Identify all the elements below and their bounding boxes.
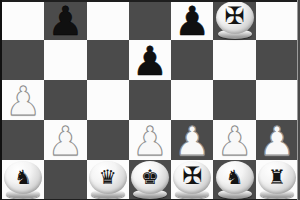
square-h5[interactable] xyxy=(256,0,298,40)
crown-with-cross-icon: ♚ xyxy=(131,164,169,190)
square-c1[interactable] xyxy=(44,160,86,200)
square-f1[interactable]: ✠ xyxy=(171,160,213,200)
piece-white-pawn[interactable]: ♟ xyxy=(174,123,210,159)
square-g1[interactable]: ♞ xyxy=(213,160,255,200)
square-f3[interactable] xyxy=(171,80,213,120)
square-c5[interactable]: ♟ xyxy=(44,0,86,40)
square-e2[interactable]: ♟ xyxy=(129,120,171,160)
piece-white-pawn[interactable]: ♟ xyxy=(259,123,295,159)
square-e4[interactable]: ♟ xyxy=(129,40,171,80)
board-grid: ♟♟✠♟♟♟♟♟♟♟♞♛♚✠♞♜ xyxy=(2,0,298,200)
piece-white-knight[interactable]: ♞ xyxy=(4,161,42,199)
cross-icon: ✠ xyxy=(173,164,211,189)
square-c2[interactable]: ♟ xyxy=(44,120,86,160)
square-c3[interactable] xyxy=(44,80,86,120)
piece-white-king[interactable]: ♚ xyxy=(131,161,169,199)
piece-white-bishop[interactable]: ✠ xyxy=(173,161,211,199)
square-h3[interactable] xyxy=(256,80,298,120)
castle-tower-icon: ♜ xyxy=(258,164,296,190)
horse-icon: ♞ xyxy=(4,164,42,190)
square-b1[interactable]: ♞ xyxy=(2,160,44,200)
square-e5[interactable] xyxy=(129,0,171,40)
piece-white-queen[interactable]: ♛ xyxy=(89,161,127,199)
piece-white-rook[interactable]: ♜ xyxy=(258,161,296,199)
board-bottom-edge xyxy=(0,199,300,200)
square-g3[interactable] xyxy=(213,80,255,120)
square-d4[interactable] xyxy=(87,40,129,80)
piece-black-pawn[interactable]: ♟ xyxy=(132,43,168,79)
piece-white-bishop[interactable]: ✠ xyxy=(216,1,254,39)
square-b2[interactable] xyxy=(2,120,44,160)
chess-board: ♟♟✠♟♟♟♟♟♟♟♞♛♚✠♞♜ xyxy=(0,0,300,200)
square-b3[interactable]: ♟ xyxy=(2,80,44,120)
board-top-edge xyxy=(0,0,300,2)
piece-white-pawn[interactable]: ♟ xyxy=(5,83,41,119)
square-h1[interactable]: ♜ xyxy=(256,160,298,200)
square-d2[interactable] xyxy=(87,120,129,160)
square-c4[interactable] xyxy=(44,40,86,80)
piece-white-pawn[interactable]: ♟ xyxy=(47,123,83,159)
square-g4[interactable] xyxy=(213,40,255,80)
square-f5[interactable]: ♟ xyxy=(171,0,213,40)
square-b4[interactable] xyxy=(2,40,44,80)
square-h4[interactable] xyxy=(256,40,298,80)
piece-black-pawn[interactable]: ♟ xyxy=(47,3,83,39)
square-d5[interactable] xyxy=(87,0,129,40)
horse-icon: ♞ xyxy=(216,164,254,190)
square-d3[interactable] xyxy=(87,80,129,120)
crown-icon: ♛ xyxy=(89,164,127,190)
square-f4[interactable] xyxy=(171,40,213,80)
piece-white-pawn[interactable]: ♟ xyxy=(132,123,168,159)
square-e3[interactable] xyxy=(129,80,171,120)
square-h2[interactable]: ♟ xyxy=(256,120,298,160)
piece-white-knight[interactable]: ♞ xyxy=(216,161,254,199)
board-right-edge xyxy=(297,0,300,200)
square-f2[interactable]: ♟ xyxy=(171,120,213,160)
square-g2[interactable]: ♟ xyxy=(213,120,255,160)
piece-black-pawn[interactable]: ♟ xyxy=(174,3,210,39)
square-d1[interactable]: ♛ xyxy=(87,160,129,200)
square-e1[interactable]: ♚ xyxy=(129,160,171,200)
square-b5[interactable] xyxy=(2,0,44,40)
board-left-edge xyxy=(0,0,2,200)
square-g5[interactable]: ✠ xyxy=(213,0,255,40)
piece-white-pawn[interactable]: ♟ xyxy=(217,123,253,159)
cross-icon: ✠ xyxy=(216,4,254,29)
